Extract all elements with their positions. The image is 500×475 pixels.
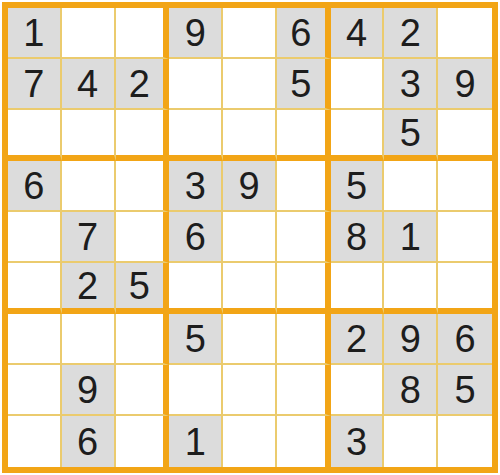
cell-r3c4[interactable]: [169, 110, 223, 161]
cell-r7c1[interactable]: [8, 314, 62, 365]
cell-r8c9[interactable]: 5: [438, 365, 492, 416]
cell-r8c7[interactable]: [331, 365, 385, 416]
cell-r3c3[interactable]: [116, 110, 170, 161]
cell-r2c9[interactable]: 9: [438, 59, 492, 110]
cell-r9c3[interactable]: [116, 416, 170, 467]
cell-r5c2[interactable]: 7: [62, 212, 116, 263]
cell-r5c3[interactable]: [116, 212, 170, 263]
cell-r3c2[interactable]: [62, 110, 116, 161]
cell-r6c7[interactable]: [331, 263, 385, 314]
cell-r7c3[interactable]: [116, 314, 170, 365]
cell-r6c4[interactable]: [169, 263, 223, 314]
cell-r5c6[interactable]: [277, 212, 331, 263]
cell-r4c6[interactable]: [277, 161, 331, 212]
cell-r1c3[interactable]: [116, 8, 170, 59]
cell-r5c7[interactable]: 8: [331, 212, 385, 263]
board-frame: 19642742539563957681255296985613: [2, 2, 498, 473]
cell-r3c1[interactable]: [8, 110, 62, 161]
sudoku-app: 19642742539563957681255296985613: [0, 0, 500, 475]
cell-r9c8[interactable]: [384, 416, 438, 467]
cell-r9c9[interactable]: [438, 416, 492, 467]
cell-r8c8[interactable]: 8: [384, 365, 438, 416]
cell-r7c4[interactable]: 5: [169, 314, 223, 365]
cell-r4c4[interactable]: 3: [169, 161, 223, 212]
cell-r7c5[interactable]: [223, 314, 277, 365]
cell-r7c2[interactable]: [62, 314, 116, 365]
cell-r2c3[interactable]: 2: [116, 59, 170, 110]
cell-r4c7[interactable]: 5: [331, 161, 385, 212]
cell-r2c1[interactable]: 7: [8, 59, 62, 110]
cell-r5c4[interactable]: 6: [169, 212, 223, 263]
cell-r2c6[interactable]: 5: [277, 59, 331, 110]
cell-r9c2[interactable]: 6: [62, 416, 116, 467]
cell-r3c5[interactable]: [223, 110, 277, 161]
cell-r9c1[interactable]: [8, 416, 62, 467]
sudoku-board: 19642742539563957681255296985613: [8, 8, 492, 467]
cell-r4c5[interactable]: 9: [223, 161, 277, 212]
cell-r3c8[interactable]: 5: [384, 110, 438, 161]
cell-r9c6[interactable]: [277, 416, 331, 467]
cell-r2c5[interactable]: [223, 59, 277, 110]
cell-r6c9[interactable]: [438, 263, 492, 314]
cell-r7c8[interactable]: 9: [384, 314, 438, 365]
cell-r1c9[interactable]: [438, 8, 492, 59]
cell-r1c1[interactable]: 1: [8, 8, 62, 59]
cell-r3c7[interactable]: [331, 110, 385, 161]
cell-r5c9[interactable]: [438, 212, 492, 263]
cell-r4c2[interactable]: [62, 161, 116, 212]
cell-r2c2[interactable]: 4: [62, 59, 116, 110]
cell-r7c9[interactable]: 6: [438, 314, 492, 365]
cell-r8c4[interactable]: [169, 365, 223, 416]
cell-r1c5[interactable]: [223, 8, 277, 59]
cell-r6c8[interactable]: [384, 263, 438, 314]
cell-r5c5[interactable]: [223, 212, 277, 263]
cell-r1c7[interactable]: 4: [331, 8, 385, 59]
cell-r8c3[interactable]: [116, 365, 170, 416]
cell-r1c6[interactable]: 6: [277, 8, 331, 59]
cell-r5c1[interactable]: [8, 212, 62, 263]
cell-r2c4[interactable]: [169, 59, 223, 110]
cell-r8c5[interactable]: [223, 365, 277, 416]
cell-r1c8[interactable]: 2: [384, 8, 438, 59]
cell-r4c9[interactable]: [438, 161, 492, 212]
cell-r6c6[interactable]: [277, 263, 331, 314]
cell-r2c8[interactable]: 3: [384, 59, 438, 110]
cell-r3c9[interactable]: [438, 110, 492, 161]
cell-r1c2[interactable]: [62, 8, 116, 59]
cell-r6c2[interactable]: 2: [62, 263, 116, 314]
cell-r5c8[interactable]: 1: [384, 212, 438, 263]
cell-r6c1[interactable]: [8, 263, 62, 314]
cell-r8c2[interactable]: 9: [62, 365, 116, 416]
cell-r3c6[interactable]: [277, 110, 331, 161]
cell-r7c6[interactable]: [277, 314, 331, 365]
cell-r9c7[interactable]: 3: [331, 416, 385, 467]
cell-r7c7[interactable]: 2: [331, 314, 385, 365]
cell-r6c3[interactable]: 5: [116, 263, 170, 314]
cell-r6c5[interactable]: [223, 263, 277, 314]
cell-r9c5[interactable]: [223, 416, 277, 467]
cell-r1c4[interactable]: 9: [169, 8, 223, 59]
cell-r4c8[interactable]: [384, 161, 438, 212]
cell-r4c3[interactable]: [116, 161, 170, 212]
cell-r8c1[interactable]: [8, 365, 62, 416]
cell-r8c6[interactable]: [277, 365, 331, 416]
cell-r9c4[interactable]: 1: [169, 416, 223, 467]
cell-r2c7[interactable]: [331, 59, 385, 110]
cell-r4c1[interactable]: 6: [8, 161, 62, 212]
